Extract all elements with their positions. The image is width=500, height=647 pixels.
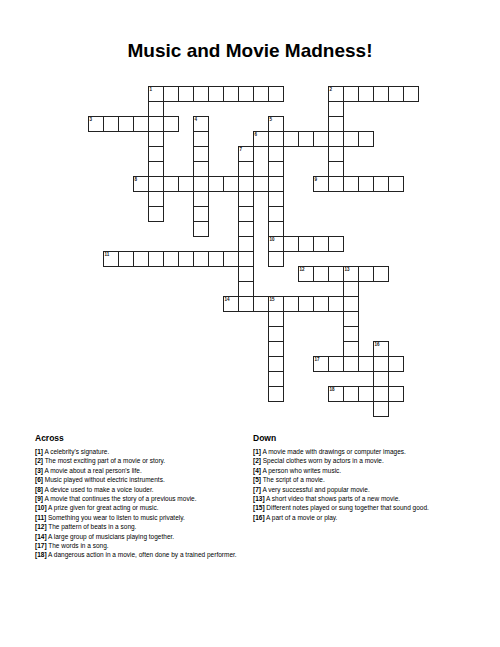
crossword-cell[interactable]: [358, 386, 374, 402]
clue-number-label: [1]: [35, 448, 43, 455]
cell-number: 16: [375, 343, 380, 348]
crossword-cell[interactable]: [298, 236, 314, 252]
across-clues-section: Across [1] A celebrity's signature.[2] T…: [35, 433, 247, 560]
down-clues-list: [1] A movie made with drawings or comput…: [253, 447, 483, 522]
crossword-cell[interactable]: [313, 296, 329, 312]
clue-item: [3] A movie about a real person's life.: [35, 466, 247, 475]
clue-item: [12] The pattern of beats in a song.: [35, 522, 247, 531]
crossword-cell[interactable]: [238, 221, 254, 237]
crossword-cell[interactable]: [283, 236, 299, 252]
crossword-cell[interactable]: [313, 266, 329, 282]
crossword-cell[interactable]: [193, 206, 209, 222]
crossword-cell[interactable]: [268, 86, 284, 102]
crossword-cell[interactable]: [358, 356, 374, 372]
cell-number: 12: [300, 268, 305, 273]
clue-item: [8] A device used to make a voice louder…: [35, 485, 247, 494]
clue-number-label: [9]: [35, 495, 43, 502]
crossword-cell[interactable]: [373, 386, 389, 402]
crossword-cell[interactable]: [268, 191, 284, 207]
clue-number-label: [2]: [35, 457, 43, 464]
clue-item: [17] The words in a song.: [35, 541, 247, 550]
crossword-cell[interactable]: [148, 176, 164, 192]
crossword-cell[interactable]: [343, 176, 359, 192]
crossword-cell[interactable]: [343, 281, 359, 297]
crossword-cell[interactable]: [268, 371, 284, 387]
crossword-cell[interactable]: [268, 386, 284, 402]
clue-item: [1] A movie made with drawings or comput…: [253, 447, 483, 456]
crossword-cell[interactable]: [268, 356, 284, 372]
down-clues-section: Down [1] A movie made with drawings or c…: [253, 433, 483, 522]
crossword-cell[interactable]: [268, 341, 284, 357]
cell-number: 11: [105, 253, 110, 258]
crossword-cell[interactable]: [268, 131, 284, 147]
crossword-cell[interactable]: [208, 176, 224, 192]
crossword-cell[interactable]: [343, 386, 359, 402]
clue-item: [9] A movie that continues the story of …: [35, 494, 247, 503]
clue-item: [6] Music played without electric instru…: [35, 475, 247, 484]
cell-number: 2: [330, 88, 333, 93]
crossword-cell[interactable]: [328, 176, 344, 192]
crossword-cell[interactable]: [238, 206, 254, 222]
crossword-cell[interactable]: [358, 86, 374, 102]
crossword-cell[interactable]: [148, 131, 164, 147]
cell-number: 14: [225, 298, 230, 303]
crossword-cell[interactable]: [148, 191, 164, 207]
crossword-cell[interactable]: [268, 326, 284, 342]
crossword-cell[interactable]: [208, 86, 224, 102]
crossword-cell[interactable]: [238, 266, 254, 282]
crossword-cell[interactable]: [358, 266, 374, 282]
clue-number-label: [4]: [253, 467, 261, 474]
clue-number-label: [2]: [253, 457, 261, 464]
crossword-cell[interactable]: [373, 176, 389, 192]
crossword-cell[interactable]: [253, 86, 269, 102]
crossword-cell[interactable]: [373, 266, 389, 282]
crossword-cell[interactable]: [178, 176, 194, 192]
across-heading: Across: [35, 433, 247, 443]
crossword-cell[interactable]: [343, 296, 359, 312]
crossword-cell[interactable]: [268, 221, 284, 237]
crossword-cell[interactable]: [268, 311, 284, 327]
clue-item: [2] Special clothes worn by actors in a …: [253, 456, 483, 465]
crossword-cell[interactable]: [193, 146, 209, 162]
crossword-cell[interactable]: [193, 86, 209, 102]
crossword-cell[interactable]: [223, 86, 239, 102]
clue-number-label: [17]: [35, 542, 47, 549]
crossword-cell[interactable]: [163, 86, 179, 102]
clue-number-label: [18]: [35, 551, 47, 558]
clue-number-label: [6]: [35, 476, 43, 483]
clue-item: [14] A large group of musicians playing …: [35, 532, 247, 541]
crossword-cell[interactable]: [178, 86, 194, 102]
crossword-cell[interactable]: [148, 161, 164, 177]
crossword-cell[interactable]: [343, 131, 359, 147]
crossword-cell[interactable]: [373, 371, 389, 387]
cell-number: 1: [150, 88, 153, 93]
crossword-cell[interactable]: [148, 206, 164, 222]
crossword-cell[interactable]: [193, 176, 209, 192]
crossword-cell[interactable]: [328, 161, 344, 177]
crossword-cell[interactable]: [373, 86, 389, 102]
clue-number-label: [1]: [253, 448, 261, 455]
cell-number: 6: [255, 133, 258, 138]
across-clues-list: [1] A celebrity's signature.[2] The most…: [35, 447, 247, 560]
clue-item: [15] Different notes played or sung toge…: [253, 503, 483, 512]
crossword-cell[interactable]: [388, 356, 404, 372]
clue-number-label: [11]: [35, 514, 46, 521]
clue-number-label: [8]: [35, 486, 43, 493]
crossword-cell[interactable]: [253, 296, 269, 312]
clue-number-label: [5]: [253, 476, 261, 483]
crossword-cell[interactable]: [238, 161, 254, 177]
crossword-cell[interactable]: [388, 176, 404, 192]
crossword-cell[interactable]: [133, 116, 149, 132]
crossword-cell[interactable]: [298, 131, 314, 147]
clue-item: [5] The script of a movie.: [253, 475, 483, 484]
crossword-cell[interactable]: [163, 176, 179, 192]
crossword-cell[interactable]: [328, 101, 344, 117]
crossword-cell[interactable]: [148, 251, 164, 267]
clue-number-label: [15]: [253, 504, 265, 511]
clue-number-label: [14]: [35, 533, 47, 540]
crossword-cell[interactable]: [268, 161, 284, 177]
cell-number: 18: [330, 388, 335, 393]
crossword-cell[interactable]: [373, 356, 389, 372]
crossword-cell[interactable]: [268, 146, 284, 162]
clue-item: [4] A person who writes music.: [253, 466, 483, 475]
crossword-cell[interactable]: [148, 116, 164, 132]
cell-number: 15: [270, 298, 275, 303]
clue-item: [18] A dangerous action in a movie, ofte…: [35, 550, 247, 559]
crossword-cell[interactable]: [103, 116, 119, 132]
clue-number-label: [10]: [35, 504, 47, 511]
crossword-cell[interactable]: [268, 206, 284, 222]
down-heading: Down: [253, 433, 483, 443]
crossword-page: Music and Movie Madness! 123689101112141…: [0, 0, 500, 647]
crossword-cell[interactable]: [223, 176, 239, 192]
crossword-cell[interactable]: [118, 251, 134, 267]
crossword-cell[interactable]: [313, 131, 329, 147]
cell-number: 4: [195, 118, 198, 123]
clue-item: [7] A very successful and popular movie.: [253, 485, 483, 494]
crossword-cell[interactable]: [343, 341, 359, 357]
crossword-cell[interactable]: [388, 386, 404, 402]
crossword-cell[interactable]: [238, 176, 254, 192]
crossword-cell[interactable]: [358, 131, 374, 147]
crossword-cell[interactable]: [193, 251, 209, 267]
clue-item: [10] A prize given for great acting or m…: [35, 503, 247, 512]
crossword-cell[interactable]: [238, 236, 254, 252]
clue-number-label: [16]: [253, 514, 265, 521]
clue-item: [11] Something you wear to listen to mus…: [35, 513, 247, 522]
cell-number: 10: [270, 238, 275, 243]
crossword-cell[interactable]: [328, 296, 344, 312]
crossword-cell[interactable]: [193, 161, 209, 177]
crossword-cell[interactable]: [193, 221, 209, 237]
cell-number: 13: [345, 268, 350, 273]
crossword-cell[interactable]: [298, 296, 314, 312]
crossword-cell[interactable]: [238, 251, 254, 267]
crossword-cell[interactable]: [328, 356, 344, 372]
crossword-cell[interactable]: [343, 311, 359, 327]
crossword-cell[interactable]: [328, 266, 344, 282]
crossword-cell[interactable]: [193, 191, 209, 207]
crossword-cell[interactable]: [253, 176, 269, 192]
crossword-cell[interactable]: [163, 251, 179, 267]
clue-number-label: [13]: [253, 495, 265, 502]
crossword-cell[interactable]: [328, 236, 344, 252]
crossword-cell[interactable]: [268, 176, 284, 192]
cell-number: 5: [270, 118, 273, 123]
crossword-cell[interactable]: [238, 86, 254, 102]
cell-number: 8: [135, 178, 138, 183]
crossword-cell[interactable]: [178, 251, 194, 267]
crossword-cell[interactable]: [283, 296, 299, 312]
crossword-cell[interactable]: [223, 251, 239, 267]
crossword-cell[interactable]: [358, 176, 374, 192]
clue-item: [1] A celebrity's signature.: [35, 447, 247, 456]
crossword-cell[interactable]: [313, 236, 329, 252]
crossword-cell[interactable]: [148, 146, 164, 162]
clue-number-label: [3]: [35, 467, 43, 474]
crossword-cell[interactable]: [328, 116, 344, 132]
crossword-cell[interactable]: [238, 281, 254, 297]
crossword-cell[interactable]: [283, 131, 299, 147]
crossword-cell[interactable]: [343, 86, 359, 102]
crossword-cell[interactable]: [238, 191, 254, 207]
crossword-cell[interactable]: [343, 326, 359, 342]
crossword-cell[interactable]: [403, 86, 419, 102]
crossword-cell[interactable]: [343, 356, 359, 372]
cell-number: 3: [90, 118, 93, 123]
clue-number-label: [12]: [35, 523, 47, 530]
crossword-cell[interactable]: [328, 131, 344, 147]
crossword-cell[interactable]: [163, 116, 179, 132]
crossword-cell[interactable]: [148, 101, 164, 117]
crossword-cell[interactable]: [193, 131, 209, 147]
clue-item: [13] A short video that shows parts of a…: [253, 494, 483, 503]
clue-item: [16] A part of a movie or play.: [253, 513, 483, 522]
clue-item: [2] The most exciting part of a movie or…: [35, 456, 247, 465]
cell-number: 7: [240, 148, 243, 153]
clue-number-label: [7]: [253, 486, 261, 493]
crossword-cell[interactable]: [238, 296, 254, 312]
puzzle-title: Music and Movie Madness!: [0, 40, 500, 62]
cell-number: 17: [315, 358, 320, 363]
crossword-cell[interactable]: [388, 86, 404, 102]
crossword-cell[interactable]: [208, 251, 224, 267]
crossword-cell[interactable]: [118, 116, 134, 132]
cell-number: 9: [315, 178, 318, 183]
crossword-cell[interactable]: [133, 251, 149, 267]
crossword-cell[interactable]: [328, 146, 344, 162]
crossword-board: 123689101112141718457131516: [88, 86, 418, 416]
crossword-cell[interactable]: [373, 401, 389, 417]
crossword-cell[interactable]: [268, 251, 284, 267]
